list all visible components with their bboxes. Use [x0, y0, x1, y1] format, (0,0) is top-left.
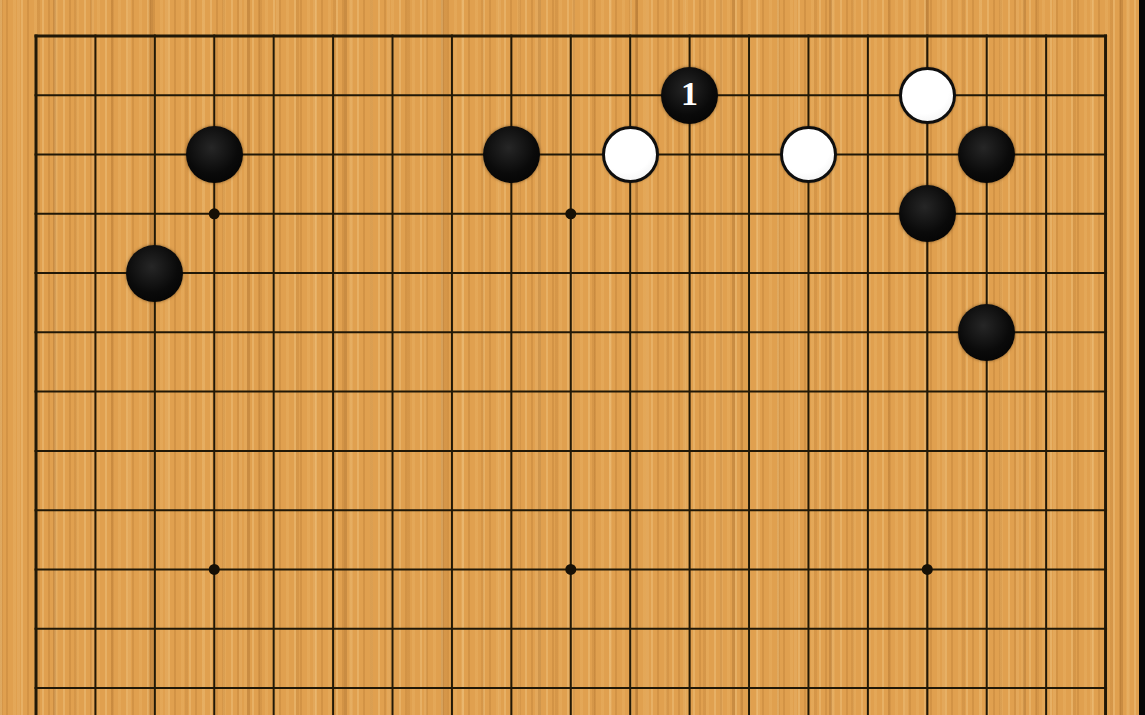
move-number-label: 1 [681, 77, 698, 111]
star-point [565, 208, 576, 219]
star-point [209, 564, 220, 575]
white-stone-l17 [602, 126, 659, 183]
black-stone-j17 [483, 126, 540, 183]
star-point [209, 208, 220, 219]
white-stone-q18 [899, 67, 956, 124]
board-right-edge [1139, 0, 1145, 715]
black-stone-d17 [186, 126, 243, 183]
star-point [922, 564, 933, 575]
black-stone-c15 [126, 245, 183, 302]
black-stone-m18: 1 [661, 67, 718, 124]
black-stone-r17 [958, 126, 1015, 183]
black-stone-r14 [958, 304, 1015, 361]
black-stone-q16 [899, 185, 956, 242]
white-stone-o17 [780, 126, 837, 183]
star-point [565, 564, 576, 575]
go-board[interactable]: 1 [0, 0, 1145, 715]
